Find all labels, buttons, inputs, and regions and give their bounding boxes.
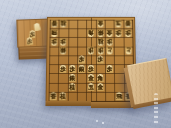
shogi-piece-gote[interactable]: 金 (106, 29, 114, 37)
fabric-speck (102, 122, 104, 124)
shogi-piece-sente[interactable]: 香 (49, 92, 57, 100)
shogi-piece-gote[interactable]: と (124, 47, 132, 55)
komadai-right-top (127, 58, 171, 105)
shogi-piece-sente[interactable]: 歩 (59, 65, 67, 73)
shogi-piece-sente[interactable]: 歩 (69, 65, 77, 73)
shogi-piece-gote[interactable]: 香 (124, 20, 132, 28)
shogi-piece-sente[interactable]: 銀 (68, 74, 76, 82)
shogi-piece-gote[interactable]: 香 (51, 20, 59, 28)
board-front-edge-left (45, 101, 91, 106)
shogi-piece-gote[interactable]: 角 (87, 29, 94, 37)
shogi-piece-sente[interactable]: 金 (87, 74, 95, 82)
shogi-board: 香桂金玉香飛角銀金歩歩歩歩桂歩銀歩歩とと歩歩歩歩銀歩歩銀金角桂玉金香桂飛香 (45, 17, 136, 108)
shogi-piece-gote[interactable]: 歩 (115, 29, 123, 37)
shogi-piece-sente[interactable]: 銀 (78, 65, 86, 73)
shogi-piece-gote[interactable]: 歩 (124, 29, 132, 37)
shogi-piece-sente[interactable]: 桂 (59, 92, 67, 100)
shogi-piece-gote[interactable]: 桂 (60, 20, 68, 28)
pieces-layer: 香桂金玉香飛角銀金歩歩歩歩桂歩銀歩歩とと歩歩歩歩銀歩歩銀金角桂玉金香桂飛香 (49, 20, 134, 101)
shogi-piece-sente[interactable]: 歩 (106, 65, 114, 73)
shogi-piece-sente[interactable]: 歩 (96, 56, 104, 64)
shogi-piece-sente[interactable]: 歩 (78, 56, 86, 64)
shogi-piece-gote[interactable]: 玉 (115, 20, 123, 28)
shogi-piece-sente[interactable]: 歩 (87, 65, 95, 73)
komadai-right (123, 58, 171, 110)
shogi-piece-gote[interactable]: 歩 (87, 47, 95, 55)
shogi-piece-gote[interactable]: 金 (96, 20, 103, 28)
shogi-piece-gote[interactable]: 飛 (50, 29, 58, 37)
board-surface: 香桂金玉香飛角銀金歩歩歩歩桂歩銀歩歩とと歩歩歩歩銀歩歩銀金角桂玉金香桂飛香 (46, 17, 137, 102)
board-front-edge (45, 101, 136, 108)
shogi-piece-gote[interactable]: 歩 (106, 38, 114, 46)
shogi-piece-gote[interactable]: と (106, 47, 114, 55)
shogi-piece-gote[interactable]: 銀 (59, 47, 67, 55)
shogi-piece-sente[interactable]: 玉 (87, 83, 95, 91)
shogi-piece-sente[interactable]: 角 (97, 74, 105, 82)
photo-scene: 歩歩歩 香桂金玉香飛角銀金歩歩歩歩桂歩銀歩歩とと歩歩歩歩銀歩歩銀金角桂玉金香桂飛… (0, 0, 171, 128)
shogi-piece-gote[interactable]: 歩 (96, 47, 104, 55)
shogi-piece-gote[interactable]: 歩 (60, 38, 68, 46)
shogi-piece-gote[interactable]: 桂 (96, 38, 104, 46)
fabric-speck (96, 120, 98, 122)
shogi-piece-sente[interactable]: 金 (97, 83, 105, 91)
shogi-piece-sente[interactable]: 桂 (68, 83, 76, 91)
shogi-piece-gote[interactable]: 銀 (96, 29, 104, 37)
photo-watermark (154, 93, 158, 125)
shogi-piece-gote[interactable]: 歩 (50, 38, 58, 46)
shogi-piece-sente[interactable]: 飛 (115, 92, 123, 100)
